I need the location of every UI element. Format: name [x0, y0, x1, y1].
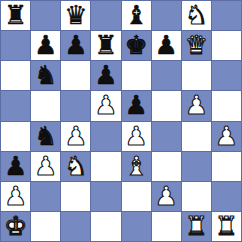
square-g8[interactable]: ♞	[182, 1, 211, 30]
square-f5[interactable]	[152, 91, 181, 120]
square-f4[interactable]	[152, 122, 181, 151]
piece-black-rook[interactable]: ♜	[1, 1, 30, 30]
square-h1[interactable]: ♜	[212, 212, 241, 241]
piece-white-rook[interactable]: ♜	[182, 212, 211, 241]
square-a5[interactable]	[1, 91, 30, 120]
square-g3[interactable]	[182, 152, 211, 181]
square-d8[interactable]	[91, 1, 120, 30]
square-a2[interactable]: ♟	[1, 182, 30, 211]
square-g4[interactable]	[182, 122, 211, 151]
square-f8[interactable]	[152, 1, 181, 30]
square-b1[interactable]	[31, 212, 60, 241]
piece-white-pawn[interactable]: ♟	[152, 182, 181, 211]
square-h3[interactable]	[212, 152, 241, 181]
square-d6[interactable]: ♟	[91, 61, 120, 90]
square-f7[interactable]: ♟	[152, 31, 181, 60]
piece-white-knight[interactable]: ♞	[182, 1, 211, 30]
square-d5[interactable]: ♟	[91, 91, 120, 120]
piece-white-knight[interactable]: ♞	[61, 152, 90, 181]
piece-black-pawn[interactable]: ♟	[122, 91, 151, 120]
square-c7[interactable]: ♟	[61, 31, 90, 60]
piece-white-pawn[interactable]: ♟	[212, 122, 241, 151]
square-h2[interactable]	[212, 182, 241, 211]
square-a1[interactable]: ♚	[1, 212, 30, 241]
piece-black-pawn[interactable]: ♟	[152, 31, 181, 60]
square-g6[interactable]	[182, 61, 211, 90]
square-a6[interactable]	[1, 61, 30, 90]
piece-black-queen[interactable]: ♛	[61, 1, 90, 30]
square-b4[interactable]: ♞	[31, 122, 60, 151]
piece-white-pawn[interactable]: ♟	[122, 122, 151, 151]
square-e3[interactable]: ♝	[122, 152, 151, 181]
square-h6[interactable]	[212, 61, 241, 90]
piece-white-queen[interactable]: ♛	[182, 31, 211, 60]
piece-white-pawn[interactable]: ♟	[1, 182, 30, 211]
piece-black-pawn[interactable]: ♟	[91, 61, 120, 90]
piece-black-rook[interactable]: ♜	[91, 31, 120, 60]
square-c5[interactable]	[61, 91, 90, 120]
square-e5[interactable]: ♟	[122, 91, 151, 120]
piece-black-knight[interactable]: ♞	[31, 61, 60, 90]
piece-white-king[interactable]: ♚	[1, 212, 30, 241]
square-f1[interactable]	[152, 212, 181, 241]
piece-white-bishop[interactable]: ♝	[122, 152, 151, 181]
square-g1[interactable]: ♜	[182, 212, 211, 241]
piece-black-pawn[interactable]: ♟	[31, 31, 60, 60]
square-e4[interactable]: ♟	[122, 122, 151, 151]
square-d3[interactable]	[91, 152, 120, 181]
square-h4[interactable]: ♟	[212, 122, 241, 151]
piece-black-pawn[interactable]: ♟	[1, 152, 30, 181]
piece-black-king[interactable]: ♚	[122, 31, 151, 60]
square-b3[interactable]: ♟	[31, 152, 60, 181]
square-d1[interactable]	[91, 212, 120, 241]
square-e1[interactable]	[122, 212, 151, 241]
square-b5[interactable]	[31, 91, 60, 120]
square-d2[interactable]	[91, 182, 120, 211]
piece-white-pawn[interactable]: ♟	[61, 122, 90, 151]
square-a4[interactable]	[1, 122, 30, 151]
square-h8[interactable]	[212, 1, 241, 30]
piece-white-rook[interactable]: ♜	[212, 212, 241, 241]
square-h7[interactable]	[212, 31, 241, 60]
square-a8[interactable]: ♜	[1, 1, 30, 30]
square-e8[interactable]: ♝	[122, 1, 151, 30]
square-c6[interactable]	[61, 61, 90, 90]
square-g2[interactable]	[182, 182, 211, 211]
square-b7[interactable]: ♟	[31, 31, 60, 60]
square-e7[interactable]: ♚	[122, 31, 151, 60]
square-f2[interactable]: ♟	[152, 182, 181, 211]
square-d7[interactable]: ♜	[91, 31, 120, 60]
square-e6[interactable]	[122, 61, 151, 90]
square-h5[interactable]	[212, 91, 241, 120]
square-c4[interactable]: ♟	[61, 122, 90, 151]
square-c1[interactable]	[61, 212, 90, 241]
square-c2[interactable]	[61, 182, 90, 211]
square-c8[interactable]: ♛	[61, 1, 90, 30]
piece-black-bishop[interactable]: ♝	[122, 1, 151, 30]
square-e2[interactable]	[122, 182, 151, 211]
square-d4[interactable]	[91, 122, 120, 151]
square-a7[interactable]	[1, 31, 30, 60]
square-f3[interactable]	[152, 152, 181, 181]
square-c3[interactable]: ♞	[61, 152, 90, 181]
piece-black-pawn[interactable]: ♟	[61, 31, 90, 60]
square-a3[interactable]: ♟	[1, 152, 30, 181]
chess-board: ♜♛♝♞♟♟♜♚♟♛♞♟♟♟♟♞♟♟♟♟♟♞♝♟♟♚♜♜	[0, 0, 242, 242]
square-g7[interactable]: ♛	[182, 31, 211, 60]
square-b8[interactable]	[31, 1, 60, 30]
piece-white-pawn[interactable]: ♟	[182, 91, 211, 120]
square-b2[interactable]	[31, 182, 60, 211]
square-g5[interactable]: ♟	[182, 91, 211, 120]
piece-black-knight[interactable]: ♞	[31, 122, 60, 151]
piece-white-pawn[interactable]: ♟	[31, 152, 60, 181]
square-f6[interactable]	[152, 61, 181, 90]
piece-white-pawn[interactable]: ♟	[91, 91, 120, 120]
square-b6[interactable]: ♞	[31, 61, 60, 90]
